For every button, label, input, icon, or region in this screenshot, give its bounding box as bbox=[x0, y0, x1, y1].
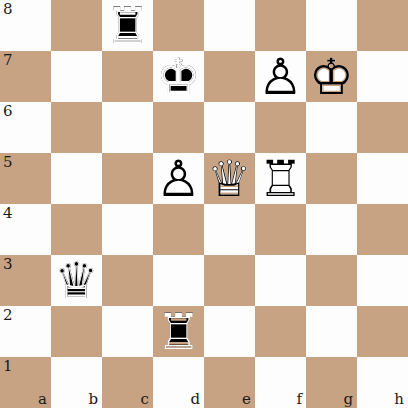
chess-board: 8♜♖7♚♔♟♙♚♔65♟♙♛♕♜♖43♛♕2♜♖1abcdefgh bbox=[0, 0, 408, 408]
rank-label-3: 3 bbox=[3, 255, 13, 273]
rank-label-5: 5 bbox=[3, 153, 13, 171]
square-h1[interactable]: h bbox=[357, 357, 408, 408]
piece-black-rook[interactable]: ♜♖ bbox=[153, 306, 204, 357]
square-e7[interactable] bbox=[204, 51, 255, 102]
white-king-outline-icon: ♔ bbox=[306, 51, 357, 102]
square-f4[interactable] bbox=[255, 204, 306, 255]
square-d6[interactable] bbox=[153, 102, 204, 153]
square-d5[interactable]: ♟♙ bbox=[153, 153, 204, 204]
square-e6[interactable] bbox=[204, 102, 255, 153]
rank-label-4: 4 bbox=[3, 204, 13, 222]
square-e1[interactable]: e bbox=[204, 357, 255, 408]
square-a8[interactable]: 8 bbox=[0, 0, 51, 51]
square-b4[interactable] bbox=[51, 204, 102, 255]
square-c4[interactable] bbox=[102, 204, 153, 255]
black-queen-outline-icon: ♕ bbox=[51, 255, 102, 306]
square-b8[interactable] bbox=[51, 0, 102, 51]
black-rook-outline-icon: ♖ bbox=[102, 0, 153, 51]
square-c7[interactable] bbox=[102, 51, 153, 102]
square-h5[interactable] bbox=[357, 153, 408, 204]
white-queen-outline-icon: ♕ bbox=[204, 153, 255, 204]
square-a3[interactable]: 3 bbox=[0, 255, 51, 306]
square-d2[interactable]: ♜♖ bbox=[153, 306, 204, 357]
square-c1[interactable]: c bbox=[102, 357, 153, 408]
file-label-a: a bbox=[38, 391, 47, 408]
square-d3[interactable] bbox=[153, 255, 204, 306]
file-label-e: e bbox=[242, 391, 251, 408]
white-pawn-outline-icon: ♙ bbox=[255, 51, 306, 102]
square-h7[interactable] bbox=[357, 51, 408, 102]
square-e5[interactable]: ♛♕ bbox=[204, 153, 255, 204]
square-e3[interactable] bbox=[204, 255, 255, 306]
white-rook-outline-icon: ♖ bbox=[255, 153, 306, 204]
square-b1[interactable]: b bbox=[51, 357, 102, 408]
white-pawn-outline-icon: ♙ bbox=[153, 153, 204, 204]
square-f6[interactable] bbox=[255, 102, 306, 153]
piece-white-rook[interactable]: ♜♖ bbox=[255, 153, 306, 204]
square-g8[interactable] bbox=[306, 0, 357, 51]
file-label-d: d bbox=[190, 391, 200, 408]
square-g2[interactable] bbox=[306, 306, 357, 357]
square-b2[interactable] bbox=[51, 306, 102, 357]
file-label-f: f bbox=[296, 391, 302, 408]
square-h4[interactable] bbox=[357, 204, 408, 255]
square-c2[interactable] bbox=[102, 306, 153, 357]
square-f7[interactable]: ♟♙ bbox=[255, 51, 306, 102]
square-b6[interactable] bbox=[51, 102, 102, 153]
piece-white-pawn[interactable]: ♟♙ bbox=[153, 153, 204, 204]
piece-black-queen[interactable]: ♛♕ bbox=[51, 255, 102, 306]
square-a5[interactable]: 5 bbox=[0, 153, 51, 204]
square-g5[interactable] bbox=[306, 153, 357, 204]
square-b7[interactable] bbox=[51, 51, 102, 102]
square-c6[interactable] bbox=[102, 102, 153, 153]
piece-white-queen[interactable]: ♛♕ bbox=[204, 153, 255, 204]
square-h8[interactable] bbox=[357, 0, 408, 51]
square-a2[interactable]: 2 bbox=[0, 306, 51, 357]
square-e8[interactable] bbox=[204, 0, 255, 51]
square-f2[interactable] bbox=[255, 306, 306, 357]
square-g7[interactable]: ♚♔ bbox=[306, 51, 357, 102]
black-king-outline-icon: ♔ bbox=[153, 51, 204, 102]
square-c5[interactable] bbox=[102, 153, 153, 204]
black-rook-outline-icon: ♖ bbox=[153, 306, 204, 357]
square-g1[interactable]: g bbox=[306, 357, 357, 408]
square-f3[interactable] bbox=[255, 255, 306, 306]
square-b3[interactable]: ♛♕ bbox=[51, 255, 102, 306]
square-a4[interactable]: 4 bbox=[0, 204, 51, 255]
square-g6[interactable] bbox=[306, 102, 357, 153]
square-d1[interactable]: d bbox=[153, 357, 204, 408]
piece-black-king[interactable]: ♚♔ bbox=[153, 51, 204, 102]
square-d8[interactable] bbox=[153, 0, 204, 51]
file-label-g: g bbox=[343, 391, 353, 408]
rank-label-1: 1 bbox=[3, 357, 13, 375]
square-e2[interactable] bbox=[204, 306, 255, 357]
square-d7[interactable]: ♚♔ bbox=[153, 51, 204, 102]
square-e4[interactable] bbox=[204, 204, 255, 255]
square-g4[interactable] bbox=[306, 204, 357, 255]
square-f1[interactable]: f bbox=[255, 357, 306, 408]
file-label-b: b bbox=[88, 391, 98, 408]
square-c8[interactable]: ♜♖ bbox=[102, 0, 153, 51]
square-a6[interactable]: 6 bbox=[0, 102, 51, 153]
square-h2[interactable] bbox=[357, 306, 408, 357]
square-f8[interactable] bbox=[255, 0, 306, 51]
rank-label-8: 8 bbox=[3, 0, 13, 18]
file-label-c: c bbox=[141, 391, 149, 408]
square-f5[interactable]: ♜♖ bbox=[255, 153, 306, 204]
square-a7[interactable]: 7 bbox=[0, 51, 51, 102]
chess-board-wrapper: 8♜♖7♚♔♟♙♚♔65♟♙♛♕♜♖43♛♕2♜♖1abcdefgh bbox=[0, 0, 408, 408]
square-h3[interactable] bbox=[357, 255, 408, 306]
square-b5[interactable] bbox=[51, 153, 102, 204]
file-label-h: h bbox=[394, 391, 404, 408]
rank-label-7: 7 bbox=[3, 51, 13, 69]
square-d4[interactable] bbox=[153, 204, 204, 255]
rank-label-2: 2 bbox=[3, 306, 13, 324]
rank-label-6: 6 bbox=[3, 102, 13, 120]
square-c3[interactable] bbox=[102, 255, 153, 306]
piece-white-pawn[interactable]: ♟♙ bbox=[255, 51, 306, 102]
square-h6[interactable] bbox=[357, 102, 408, 153]
square-g3[interactable] bbox=[306, 255, 357, 306]
piece-white-king[interactable]: ♚♔ bbox=[306, 51, 357, 102]
piece-black-rook[interactable]: ♜♖ bbox=[102, 0, 153, 51]
square-a1[interactable]: 1a bbox=[0, 357, 51, 408]
